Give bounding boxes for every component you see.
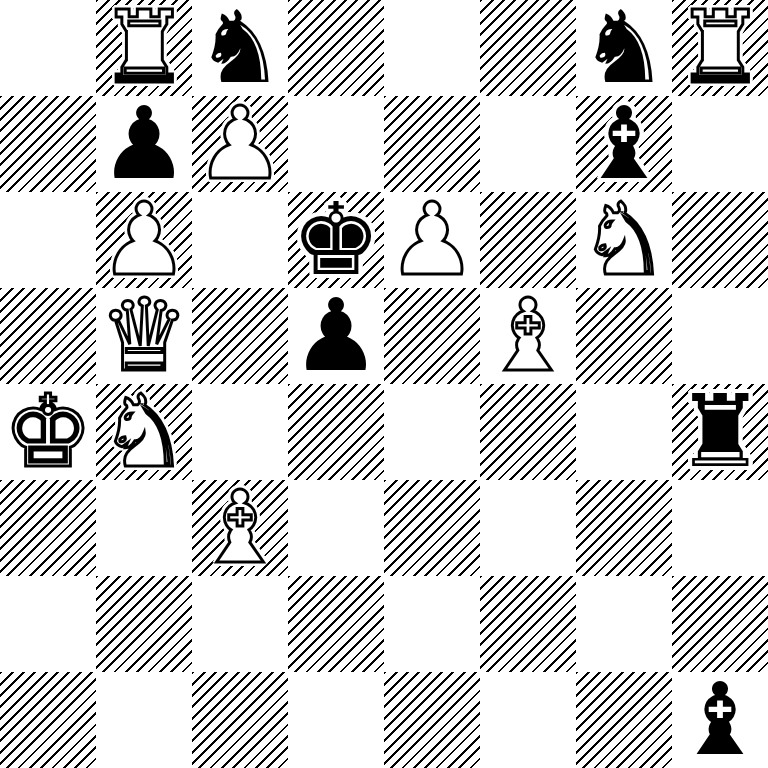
black-rook: ♜ [675,384,765,480]
black-king: ♚ [291,192,381,288]
white-pawn: ♟ [387,192,477,288]
square-e7[interactable] [384,96,480,192]
white-bishop: ♝ [195,480,285,576]
white-knight: ♞ [99,384,189,480]
square-c5[interactable] [192,288,288,384]
white-knight: ♞ [579,192,669,288]
square-g3[interactable] [576,480,672,576]
square-d2[interactable] [288,576,384,672]
square-d8[interactable] [288,0,384,96]
square-e8[interactable] [384,0,480,96]
square-c6[interactable] [192,192,288,288]
square-b8[interactable]: ♜ [96,0,192,96]
square-g5[interactable] [576,288,672,384]
square-g1[interactable] [576,672,672,768]
square-h7[interactable] [672,96,768,192]
square-b5[interactable]: ♛ [96,288,192,384]
square-c8[interactable]: ♞ [192,0,288,96]
black-bishop: ♝ [675,672,765,768]
square-b4[interactable]: ♞ [96,384,192,480]
square-c2[interactable] [192,576,288,672]
square-d6[interactable]: ♚ [288,192,384,288]
square-e3[interactable] [384,480,480,576]
square-f5[interactable]: ♝ [480,288,576,384]
square-b6[interactable]: ♟ [96,192,192,288]
white-rook: ♜ [675,0,765,96]
white-king: ♚ [3,384,93,480]
square-d7[interactable] [288,96,384,192]
square-a2[interactable] [0,576,96,672]
white-queen: ♛ [99,288,189,384]
square-h2[interactable] [672,576,768,672]
square-b1[interactable] [96,672,192,768]
square-h4[interactable]: ♜ [672,384,768,480]
square-c4[interactable] [192,384,288,480]
square-a8[interactable] [0,0,96,96]
square-h5[interactable] [672,288,768,384]
square-f7[interactable] [480,96,576,192]
square-g7[interactable]: ♝ [576,96,672,192]
square-f1[interactable] [480,672,576,768]
square-d3[interactable] [288,480,384,576]
square-e1[interactable] [384,672,480,768]
square-a1[interactable] [0,672,96,768]
square-f2[interactable] [480,576,576,672]
square-f8[interactable] [480,0,576,96]
square-h8[interactable]: ♜ [672,0,768,96]
square-e6[interactable]: ♟ [384,192,480,288]
square-c7[interactable]: ♟ [192,96,288,192]
white-rook: ♜ [99,0,189,96]
square-a4[interactable]: ♚ [0,384,96,480]
square-h1[interactable]: ♝ [672,672,768,768]
square-a3[interactable] [0,480,96,576]
square-g8[interactable]: ♞ [576,0,672,96]
square-d4[interactable] [288,384,384,480]
chessboard: ♜♞♞♜♟♟♝♟♚♟♞♛♟♝♚♞♜♝♝ [0,0,768,768]
square-b7[interactable]: ♟ [96,96,192,192]
square-e5[interactable] [384,288,480,384]
square-f6[interactable] [480,192,576,288]
square-b2[interactable] [96,576,192,672]
white-pawn: ♟ [195,96,285,192]
square-d1[interactable] [288,672,384,768]
white-bishop: ♝ [483,288,573,384]
square-a7[interactable] [0,96,96,192]
black-pawn: ♟ [291,288,381,384]
square-c3[interactable]: ♝ [192,480,288,576]
square-e4[interactable] [384,384,480,480]
square-f3[interactable] [480,480,576,576]
black-pawn: ♟ [99,96,189,192]
square-g4[interactable] [576,384,672,480]
square-c1[interactable] [192,672,288,768]
square-b3[interactable] [96,480,192,576]
square-g6[interactable]: ♞ [576,192,672,288]
square-f4[interactable] [480,384,576,480]
square-a6[interactable] [0,192,96,288]
square-e2[interactable] [384,576,480,672]
square-h3[interactable] [672,480,768,576]
black-knight: ♞ [195,0,285,96]
black-knight: ♞ [579,0,669,96]
square-a5[interactable] [0,288,96,384]
black-bishop: ♝ [579,96,669,192]
white-pawn: ♟ [99,192,189,288]
square-h6[interactable] [672,192,768,288]
square-g2[interactable] [576,576,672,672]
square-d5[interactable]: ♟ [288,288,384,384]
